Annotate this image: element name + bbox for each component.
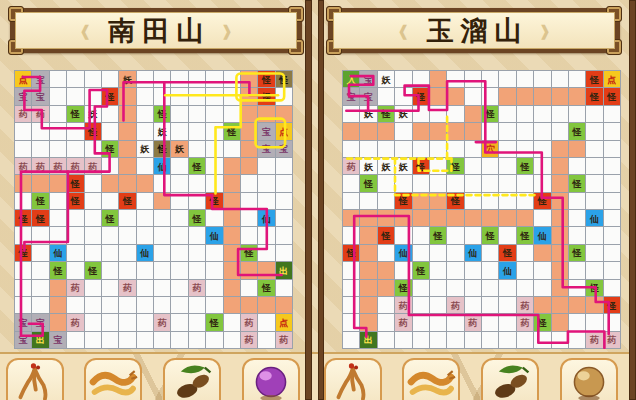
map-cell[interactable] <box>85 314 102 331</box>
map-cell[interactable] <box>430 280 447 297</box>
map-cell[interactable] <box>85 88 102 105</box>
map-cell[interactable]: 怪 <box>378 227 395 244</box>
map-cell[interactable] <box>413 106 430 123</box>
map-cell[interactable]: 怪 <box>224 123 241 140</box>
map-cell[interactable] <box>586 158 603 175</box>
map-cell[interactable] <box>276 158 293 175</box>
map-cell[interactable] <box>102 227 119 244</box>
map-cell[interactable] <box>137 88 154 105</box>
map-cell[interactable] <box>395 227 412 244</box>
map-cell[interactable]: 怪 <box>413 158 430 175</box>
map-cell[interactable]: 药 <box>67 280 84 297</box>
map-cell[interactable] <box>137 123 154 140</box>
map-cell[interactable] <box>119 245 136 262</box>
map-cell[interactable] <box>604 106 621 123</box>
map-cell[interactable] <box>137 227 154 244</box>
map-cell[interactable]: 怪 <box>102 141 119 158</box>
map-cell[interactable] <box>224 175 241 192</box>
map-cell[interactable] <box>224 158 241 175</box>
map-cell[interactable] <box>119 158 136 175</box>
map-cell[interactable] <box>171 193 188 210</box>
map-cell[interactable]: 怪 <box>586 280 603 297</box>
map-cell[interactable] <box>154 245 171 262</box>
map-cell[interactable] <box>465 175 482 192</box>
map-cell[interactable]: 怪 <box>85 262 102 279</box>
map-cell[interactable] <box>171 123 188 140</box>
map-cell[interactable] <box>430 71 447 88</box>
map-cell[interactable] <box>569 280 586 297</box>
map-cell[interactable]: 药 <box>119 280 136 297</box>
item-slot-twisted-root[interactable] <box>402 358 460 400</box>
map-cell[interactable]: 妖 <box>378 158 395 175</box>
map-cell[interactable] <box>85 245 102 262</box>
map-cell[interactable] <box>447 141 464 158</box>
map-cell[interactable] <box>343 314 360 331</box>
map-cell[interactable] <box>552 88 569 105</box>
map-cell[interactable] <box>413 210 430 227</box>
map-cell[interactable] <box>552 332 569 349</box>
map-cell[interactable] <box>552 262 569 279</box>
map-cell[interactable]: 药 <box>189 280 206 297</box>
map-cell[interactable] <box>499 280 516 297</box>
map-cell[interactable] <box>32 280 49 297</box>
map-cell[interactable]: 药 <box>395 314 412 331</box>
map-cell[interactable] <box>413 141 430 158</box>
map-cell[interactable] <box>206 141 223 158</box>
map-cell[interactable] <box>360 245 377 262</box>
map-cell[interactable]: 药 <box>67 314 84 331</box>
map-cell[interactable] <box>67 141 84 158</box>
map-cell[interactable] <box>15 227 32 244</box>
map-cell[interactable] <box>413 175 430 192</box>
map-cell[interactable] <box>224 314 241 331</box>
map-cell[interactable]: 妖 <box>360 158 377 175</box>
map-cell[interactable] <box>430 106 447 123</box>
map-cell[interactable] <box>552 227 569 244</box>
map-cell[interactable] <box>67 297 84 314</box>
map-cell[interactable] <box>447 314 464 331</box>
map-cell[interactable] <box>534 88 551 105</box>
map-cell[interactable]: 妖 <box>360 106 377 123</box>
map-cell[interactable] <box>378 193 395 210</box>
map-cell[interactable] <box>482 193 499 210</box>
map-cell[interactable] <box>15 297 32 314</box>
map-cell[interactable] <box>137 175 154 192</box>
map-cell[interactable] <box>50 210 67 227</box>
map-cell[interactable] <box>85 141 102 158</box>
map-cell[interactable]: 宝 <box>360 71 377 88</box>
map-cell[interactable] <box>171 158 188 175</box>
map-cell[interactable] <box>206 262 223 279</box>
map-cell[interactable] <box>517 141 534 158</box>
map-cell[interactable] <box>154 210 171 227</box>
map-cell[interactable] <box>102 158 119 175</box>
map-cell[interactable] <box>552 106 569 123</box>
map-cell[interactable] <box>154 88 171 105</box>
map-cell[interactable]: 怪 <box>241 245 258 262</box>
map-cell[interactable]: 怪 <box>50 262 67 279</box>
map-cell[interactable] <box>534 280 551 297</box>
map-cell[interactable] <box>569 88 586 105</box>
map-cell[interactable]: 药 <box>395 297 412 314</box>
map-cell[interactable] <box>119 210 136 227</box>
map-cell[interactable] <box>171 71 188 88</box>
map-cell[interactable] <box>50 193 67 210</box>
map-cell[interactable]: 妖 <box>395 106 412 123</box>
map-cell[interactable] <box>102 175 119 192</box>
map-cell[interactable] <box>206 175 223 192</box>
map-cell[interactable]: 宝 <box>32 88 49 105</box>
map-cell[interactable] <box>586 106 603 123</box>
map-cell[interactable]: 宝 <box>258 123 275 140</box>
map-cell[interactable] <box>360 193 377 210</box>
map-cell[interactable] <box>206 123 223 140</box>
map-cell[interactable] <box>447 88 464 105</box>
map-cell[interactable] <box>395 88 412 105</box>
map-cell[interactable]: 穴 <box>482 141 499 158</box>
map-cell[interactable] <box>499 71 516 88</box>
map-cell[interactable] <box>67 262 84 279</box>
map-cell[interactable] <box>447 175 464 192</box>
map-cell[interactable]: 怪 <box>517 227 534 244</box>
map-cell[interactable]: 怪 <box>499 245 516 262</box>
map-cell[interactable]: 怪 <box>189 158 206 175</box>
map-cell[interactable] <box>67 332 84 349</box>
map-cell[interactable]: 药 <box>343 158 360 175</box>
map-cell[interactable] <box>154 297 171 314</box>
map-cell[interactable] <box>206 297 223 314</box>
map-cell[interactable] <box>15 141 32 158</box>
map-cell[interactable]: 怪 <box>534 193 551 210</box>
item-slot-orb-gold[interactable] <box>560 358 618 400</box>
map-cell[interactable] <box>224 193 241 210</box>
map-cell[interactable] <box>447 227 464 244</box>
map-cell[interactable] <box>258 158 275 175</box>
map-cell[interactable] <box>430 158 447 175</box>
map-cell[interactable] <box>154 332 171 349</box>
map-cell[interactable] <box>360 297 377 314</box>
map-cell[interactable] <box>465 123 482 140</box>
map-cell[interactable]: 点 <box>604 71 621 88</box>
map-cell[interactable]: 药 <box>50 158 67 175</box>
map-cell[interactable] <box>465 280 482 297</box>
map-cell[interactable]: 怪 <box>206 193 223 210</box>
map-cell[interactable] <box>465 71 482 88</box>
map-cell[interactable] <box>413 227 430 244</box>
map-cell[interactable]: 妖 <box>85 106 102 123</box>
map-cell[interactable] <box>15 193 32 210</box>
map-cell[interactable] <box>171 88 188 105</box>
map-cell[interactable] <box>85 332 102 349</box>
map-cell[interactable] <box>258 262 275 279</box>
map-cell[interactable]: 药 <box>517 314 534 331</box>
map-cell[interactable] <box>224 245 241 262</box>
map-cell[interactable]: 宝 <box>276 141 293 158</box>
map-cell[interactable] <box>206 210 223 227</box>
map-cell[interactable]: 怪 <box>360 175 377 192</box>
map-cell[interactable] <box>534 106 551 123</box>
map-cell[interactable] <box>378 262 395 279</box>
map-cell[interactable] <box>119 314 136 331</box>
map-cell[interactable] <box>85 71 102 88</box>
map-cell[interactable] <box>189 297 206 314</box>
map-cell[interactable] <box>395 71 412 88</box>
map-cell[interactable] <box>171 245 188 262</box>
map-cell[interactable] <box>67 88 84 105</box>
map-cell[interactable] <box>50 123 67 140</box>
map-cell[interactable] <box>534 158 551 175</box>
map-cell[interactable] <box>430 88 447 105</box>
map-cell[interactable]: 怪 <box>67 193 84 210</box>
map-cell[interactable] <box>534 141 551 158</box>
map-cell[interactable] <box>258 332 275 349</box>
map-cell[interactable] <box>517 106 534 123</box>
map-cell[interactable] <box>102 71 119 88</box>
map-cell[interactable] <box>189 88 206 105</box>
map-cell[interactable] <box>430 245 447 262</box>
map-cell[interactable] <box>171 314 188 331</box>
map-cell[interactable] <box>189 314 206 331</box>
map-cell[interactable] <box>586 175 603 192</box>
map-cell[interactable] <box>482 262 499 279</box>
map-cell[interactable] <box>119 227 136 244</box>
map-cell[interactable]: 仙 <box>534 227 551 244</box>
map-cell[interactable]: 怪 <box>154 141 171 158</box>
map-cell[interactable] <box>189 71 206 88</box>
map-cell[interactable]: 药 <box>154 314 171 331</box>
map-cell[interactable] <box>15 280 32 297</box>
map-cell[interactable] <box>119 297 136 314</box>
map-cell[interactable] <box>430 193 447 210</box>
map-cell[interactable]: 怪 <box>32 210 49 227</box>
map-cell[interactable] <box>360 123 377 140</box>
map-cell[interactable]: 怪 <box>378 106 395 123</box>
item-slot-ginseng[interactable] <box>324 358 382 400</box>
map-cell[interactable] <box>32 123 49 140</box>
map-cell[interactable]: 药 <box>15 106 32 123</box>
map-cell[interactable] <box>569 71 586 88</box>
map-cell[interactable] <box>224 71 241 88</box>
map-cell[interactable]: 药 <box>32 106 49 123</box>
map-cell[interactable] <box>378 141 395 158</box>
map-cell[interactable] <box>189 245 206 262</box>
map-cell[interactable] <box>171 280 188 297</box>
map-cell[interactable] <box>276 210 293 227</box>
map-cell[interactable] <box>430 262 447 279</box>
map-cell[interactable] <box>258 227 275 244</box>
map-cell[interactable] <box>569 141 586 158</box>
map-cell[interactable] <box>119 106 136 123</box>
map-cell[interactable]: 怪 <box>258 280 275 297</box>
map-cell[interactable] <box>171 175 188 192</box>
map-cell[interactable] <box>552 193 569 210</box>
map-cell[interactable] <box>276 193 293 210</box>
map-cell[interactable] <box>343 227 360 244</box>
map-cell[interactable]: 药 <box>447 297 464 314</box>
map-cell[interactable] <box>50 280 67 297</box>
map-cell[interactable] <box>430 141 447 158</box>
map-cell[interactable] <box>482 280 499 297</box>
map-cell[interactable] <box>15 262 32 279</box>
map-cell[interactable] <box>154 175 171 192</box>
map-cell[interactable]: 药 <box>241 332 258 349</box>
map-cell[interactable] <box>343 332 360 349</box>
map-cell[interactable] <box>517 123 534 140</box>
map-cell[interactable]: 怪 <box>258 88 275 105</box>
map-cell[interactable]: 怪 <box>15 210 32 227</box>
map-cell[interactable] <box>15 123 32 140</box>
map-cell[interactable] <box>67 123 84 140</box>
map-cell[interactable] <box>447 280 464 297</box>
map-cell[interactable] <box>189 106 206 123</box>
map-cell[interactable] <box>171 210 188 227</box>
map-cell[interactable]: 怪 <box>67 106 84 123</box>
map-cell[interactable]: 怪 <box>517 158 534 175</box>
map-cell[interactable] <box>586 262 603 279</box>
map-grid-left[interactable]: 点宝妖怪怪宝宝怪怪药药怪妖怪怪妖怪宝点怪妖怪妖宝宝药药药药药仙怪怪怪怪怪怪怪怪怪… <box>14 70 293 349</box>
map-cell[interactable] <box>517 332 534 349</box>
map-cell[interactable]: 入 <box>343 71 360 88</box>
map-cell[interactable] <box>85 175 102 192</box>
map-cell[interactable] <box>447 332 464 349</box>
map-cell[interactable] <box>465 332 482 349</box>
map-cell[interactable]: 怪 <box>604 88 621 105</box>
map-cell[interactable] <box>171 297 188 314</box>
map-cell[interactable]: 宝 <box>50 332 67 349</box>
map-cell[interactable] <box>189 262 206 279</box>
map-cell[interactable]: 出 <box>360 332 377 349</box>
map-cell[interactable]: 怪 <box>569 245 586 262</box>
map-cell[interactable]: 宝 <box>32 314 49 331</box>
map-cell[interactable]: 怪 <box>343 245 360 262</box>
map-cell[interactable]: 怪 <box>586 88 603 105</box>
map-cell[interactable]: 点 <box>15 71 32 88</box>
map-cell[interactable]: 药 <box>241 314 258 331</box>
map-cell[interactable] <box>378 314 395 331</box>
map-cell[interactable] <box>102 106 119 123</box>
map-cell[interactable] <box>517 210 534 227</box>
map-cell[interactable] <box>499 106 516 123</box>
map-cell[interactable]: 怪 <box>413 262 430 279</box>
map-cell[interactable]: 妖 <box>378 71 395 88</box>
map-cell[interactable] <box>465 210 482 227</box>
map-cell[interactable] <box>137 106 154 123</box>
map-cell[interactable] <box>224 332 241 349</box>
map-cell[interactable]: 怪 <box>569 123 586 140</box>
map-cell[interactable] <box>224 106 241 123</box>
map-cell[interactable] <box>586 141 603 158</box>
map-cell[interactable] <box>378 297 395 314</box>
map-cell[interactable] <box>50 71 67 88</box>
map-cell[interactable] <box>552 245 569 262</box>
map-cell[interactable] <box>430 210 447 227</box>
map-cell[interactable]: 怪 <box>569 175 586 192</box>
map-cell[interactable] <box>119 332 136 349</box>
map-cell[interactable]: 药 <box>586 332 603 349</box>
map-cell[interactable] <box>50 106 67 123</box>
map-cell[interactable]: 怪 <box>604 297 621 314</box>
map-cell[interactable] <box>32 141 49 158</box>
map-cell[interactable]: 药 <box>85 158 102 175</box>
map-cell[interactable] <box>534 332 551 349</box>
map-cell[interactable] <box>447 262 464 279</box>
map-cell[interactable]: 妖 <box>395 158 412 175</box>
map-cell[interactable]: 妖 <box>119 71 136 88</box>
map-cell[interactable] <box>189 332 206 349</box>
map-cell[interactable] <box>517 280 534 297</box>
map-cell[interactable] <box>241 123 258 140</box>
map-cell[interactable] <box>395 332 412 349</box>
map-cell[interactable] <box>224 297 241 314</box>
map-cell[interactable] <box>276 175 293 192</box>
map-cell[interactable] <box>517 262 534 279</box>
map-cell[interactable] <box>378 332 395 349</box>
map-cell[interactable] <box>343 141 360 158</box>
map-cell[interactable] <box>67 210 84 227</box>
map-cell[interactable] <box>102 262 119 279</box>
map-cell[interactable]: 怪 <box>430 227 447 244</box>
map-cell[interactable]: 仙 <box>465 245 482 262</box>
item-slot-ginseng[interactable] <box>6 358 64 400</box>
map-cell[interactable] <box>224 280 241 297</box>
map-cell[interactable] <box>482 210 499 227</box>
map-cell[interactable] <box>171 227 188 244</box>
map-cell[interactable] <box>447 123 464 140</box>
map-cell[interactable] <box>258 175 275 192</box>
map-cell[interactable] <box>465 88 482 105</box>
map-cell[interactable] <box>343 297 360 314</box>
map-cell[interactable] <box>241 297 258 314</box>
map-cell[interactable] <box>241 175 258 192</box>
map-cell[interactable] <box>241 280 258 297</box>
map-cell[interactable] <box>276 245 293 262</box>
map-cell[interactable] <box>604 175 621 192</box>
map-cell[interactable] <box>499 175 516 192</box>
map-cell[interactable] <box>137 332 154 349</box>
map-cell[interactable]: 仙 <box>154 158 171 175</box>
map-cell[interactable] <box>604 158 621 175</box>
map-cell[interactable] <box>534 123 551 140</box>
map-cell[interactable] <box>552 158 569 175</box>
map-cell[interactable] <box>119 175 136 192</box>
map-cell[interactable] <box>413 280 430 297</box>
map-cell[interactable] <box>343 280 360 297</box>
map-cell[interactable]: 药 <box>604 332 621 349</box>
map-cell[interactable] <box>378 88 395 105</box>
map-cell[interactable]: 怪 <box>119 193 136 210</box>
map-cell[interactable] <box>604 193 621 210</box>
map-cell[interactable] <box>517 245 534 262</box>
map-cell[interactable] <box>499 123 516 140</box>
map-cell[interactable]: 药 <box>517 297 534 314</box>
map-cell[interactable] <box>32 175 49 192</box>
map-cell[interactable] <box>586 123 603 140</box>
map-cell[interactable] <box>604 141 621 158</box>
map-cell[interactable]: 怪 <box>276 71 293 88</box>
map-cell[interactable]: 妖 <box>171 141 188 158</box>
map-cell[interactable] <box>85 280 102 297</box>
map-cell[interactable] <box>413 297 430 314</box>
map-cell[interactable] <box>517 193 534 210</box>
map-cell[interactable] <box>569 210 586 227</box>
map-cell[interactable] <box>552 71 569 88</box>
map-cell[interactable] <box>137 71 154 88</box>
map-cell[interactable] <box>102 193 119 210</box>
map-cell[interactable] <box>552 123 569 140</box>
map-cell[interactable] <box>482 71 499 88</box>
map-cell[interactable] <box>154 71 171 88</box>
map-cell[interactable]: 怪 <box>482 106 499 123</box>
